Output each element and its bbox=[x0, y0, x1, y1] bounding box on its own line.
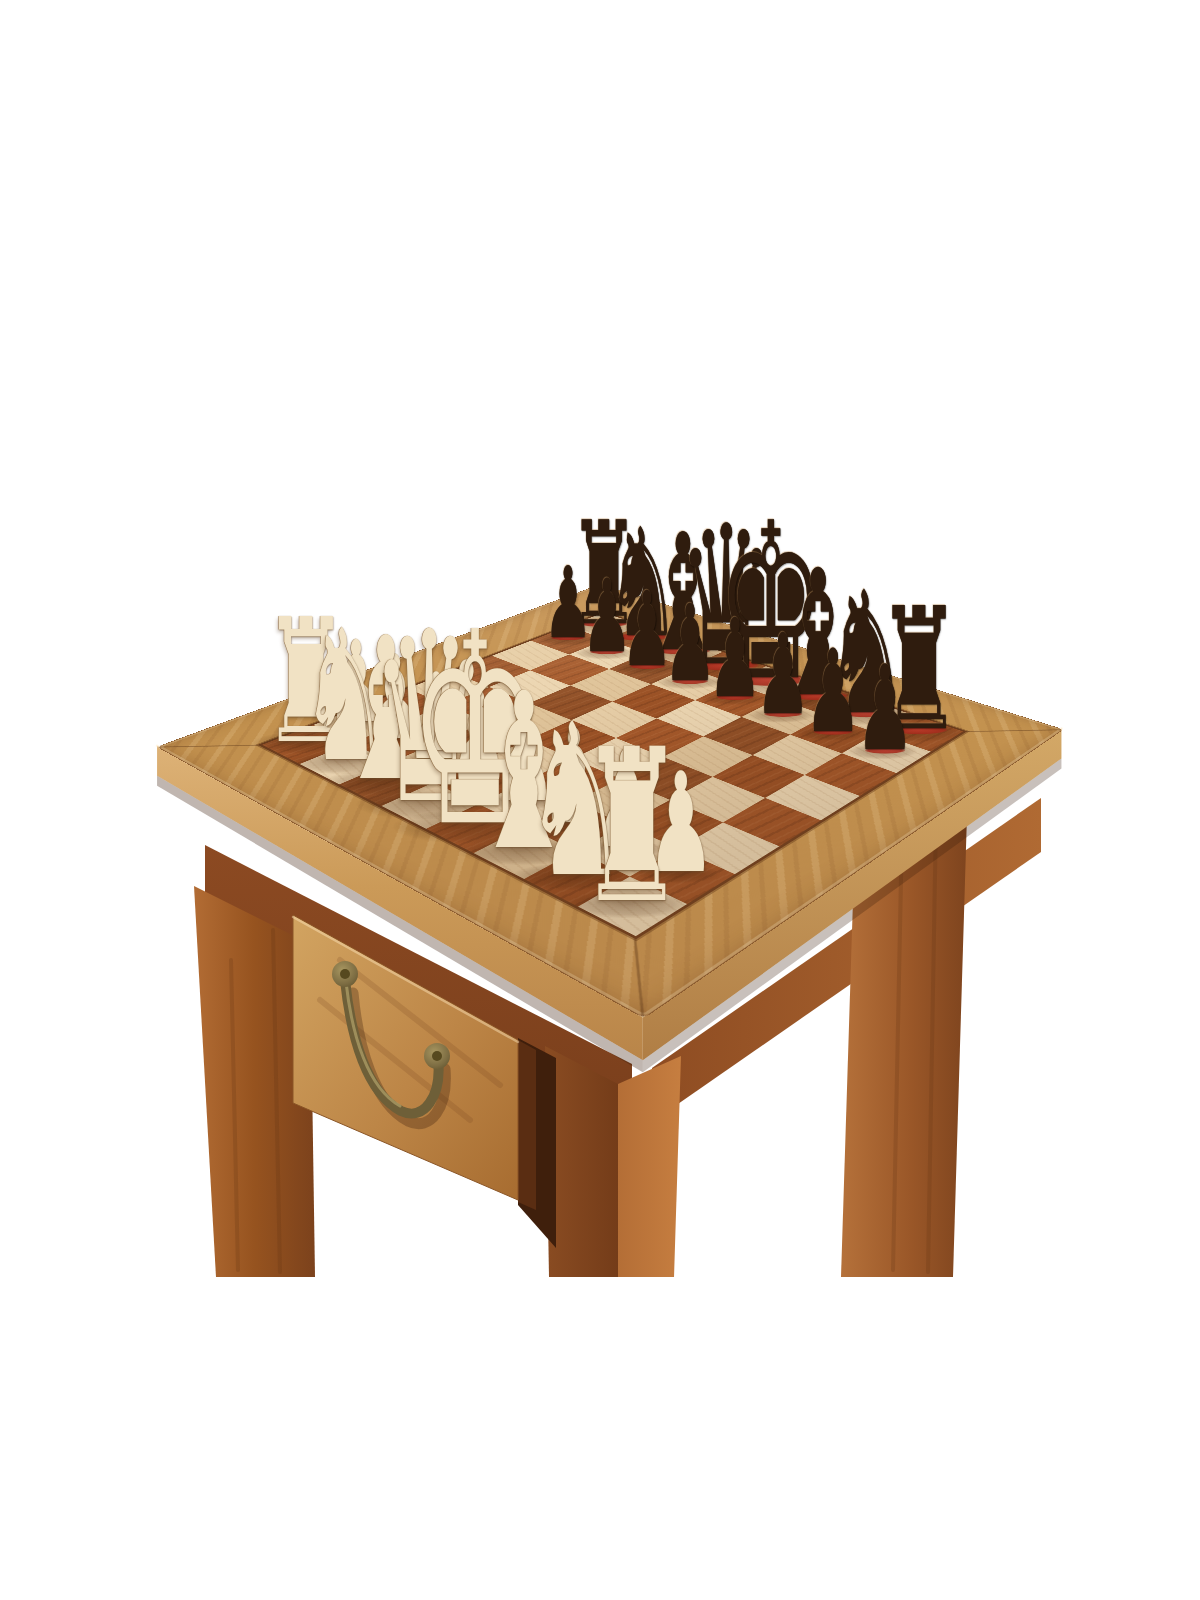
frame-miter-joint bbox=[960, 729, 1061, 732]
drawer-side-edge bbox=[518, 1040, 536, 1210]
piece-black-pawn-g7[interactable]: ♟ bbox=[804, 635, 861, 749]
piece-black-pawn-f7[interactable]: ♟ bbox=[755, 619, 811, 730]
piece-white-rook-h1[interactable]: ♜ bbox=[579, 722, 685, 934]
handle-rosette-right-pin bbox=[432, 1051, 442, 1061]
frame-miter-joint bbox=[158, 745, 264, 748]
piece-black-pawn-h7[interactable]: ♟ bbox=[856, 650, 915, 767]
chess-table-photo: antique brass swan-neck bail handle ♜♞♝♛… bbox=[0, 0, 1200, 1600]
leg-front-right-face bbox=[618, 1056, 681, 1277]
handle-rosette-left-pin bbox=[340, 969, 350, 979]
